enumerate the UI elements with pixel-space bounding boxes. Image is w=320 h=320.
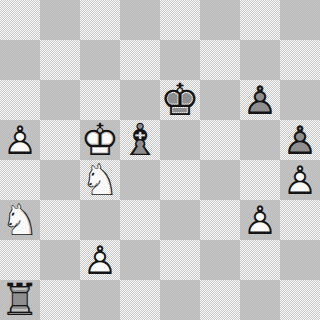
white-pawn-outline-glyph: ♙: [80, 240, 120, 280]
square-h3[interactable]: [280, 200, 320, 240]
white-pawn[interactable]: ♟♙: [240, 200, 280, 240]
black-pawn-outline-glyph: ♙: [240, 80, 280, 120]
square-g2[interactable]: [240, 240, 280, 280]
square-c7[interactable]: [80, 40, 120, 80]
square-d3[interactable]: [120, 200, 160, 240]
square-g7[interactable]: [240, 40, 280, 80]
square-d7[interactable]: [120, 40, 160, 80]
square-e6[interactable]: ♚♔: [160, 80, 200, 120]
square-g8[interactable]: [240, 0, 280, 40]
square-a1[interactable]: ♜♖: [0, 280, 40, 320]
square-a5[interactable]: ♟♙: [0, 120, 40, 160]
square-a7[interactable]: [0, 40, 40, 80]
white-pawn[interactable]: ♟♙: [80, 240, 120, 280]
black-pawn[interactable]: ♟♙: [280, 120, 320, 160]
black-king-outline-glyph: ♔: [160, 80, 200, 120]
white-knight-outline-glyph: ♘: [80, 160, 120, 200]
square-g3[interactable]: ♟♙: [240, 200, 280, 240]
square-h5[interactable]: ♟♙: [280, 120, 320, 160]
square-b3[interactable]: [40, 200, 80, 240]
square-b1[interactable]: [40, 280, 80, 320]
square-d2[interactable]: [120, 240, 160, 280]
black-pawn[interactable]: ♟♙: [240, 80, 280, 120]
square-h1[interactable]: [280, 280, 320, 320]
square-h6[interactable]: [280, 80, 320, 120]
black-rook-outline-glyph: ♖: [0, 280, 40, 320]
square-g1[interactable]: [240, 280, 280, 320]
square-b6[interactable]: [40, 80, 80, 120]
black-king[interactable]: ♚♔: [160, 80, 200, 120]
square-f3[interactable]: [200, 200, 240, 240]
black-pawn-outline-glyph: ♙: [280, 120, 320, 160]
square-g4[interactable]: [240, 160, 280, 200]
square-c1[interactable]: [80, 280, 120, 320]
black-rook[interactable]: ♜♖: [0, 280, 40, 320]
square-e8[interactable]: [160, 0, 200, 40]
square-f5[interactable]: [200, 120, 240, 160]
square-b7[interactable]: [40, 40, 80, 80]
square-e3[interactable]: [160, 200, 200, 240]
white-knight-outline-glyph: ♘: [0, 200, 40, 240]
square-h8[interactable]: [280, 0, 320, 40]
square-a3[interactable]: ♞♘: [0, 200, 40, 240]
square-b4[interactable]: [40, 160, 80, 200]
square-f6[interactable]: [200, 80, 240, 120]
square-e2[interactable]: [160, 240, 200, 280]
square-h4[interactable]: ♟♙: [280, 160, 320, 200]
square-c3[interactable]: [80, 200, 120, 240]
square-a8[interactable]: [0, 0, 40, 40]
square-c4[interactable]: ♞♘: [80, 160, 120, 200]
square-b5[interactable]: [40, 120, 80, 160]
square-a6[interactable]: [0, 80, 40, 120]
square-f7[interactable]: [200, 40, 240, 80]
square-d1[interactable]: [120, 280, 160, 320]
square-c8[interactable]: [80, 0, 120, 40]
white-knight[interactable]: ♞♘: [80, 160, 120, 200]
square-d8[interactable]: [120, 0, 160, 40]
square-b2[interactable]: [40, 240, 80, 280]
square-e1[interactable]: [160, 280, 200, 320]
white-pawn-outline-glyph: ♙: [240, 200, 280, 240]
square-f2[interactable]: [200, 240, 240, 280]
square-h7[interactable]: [280, 40, 320, 80]
square-g6[interactable]: ♟♙: [240, 80, 280, 120]
white-knight[interactable]: ♞♘: [0, 200, 40, 240]
square-f4[interactable]: [200, 160, 240, 200]
square-c2[interactable]: ♟♙: [80, 240, 120, 280]
black-bishop-outline-glyph: ♗: [120, 120, 160, 160]
white-pawn[interactable]: ♟♙: [0, 120, 40, 160]
square-h2[interactable]: [280, 240, 320, 280]
square-d5[interactable]: ♝♗: [120, 120, 160, 160]
square-d4[interactable]: [120, 160, 160, 200]
square-e4[interactable]: [160, 160, 200, 200]
black-bishop[interactable]: ♝♗: [120, 120, 160, 160]
white-pawn[interactable]: ♟♙: [280, 160, 320, 200]
square-b8[interactable]: [40, 0, 80, 40]
chess-board: ♚♔♟♙♟♙♚♔♝♗♟♙♞♘♟♙♞♘♟♙♟♙♜♖: [0, 0, 320, 320]
square-f8[interactable]: [200, 0, 240, 40]
square-g5[interactable]: [240, 120, 280, 160]
white-pawn-outline-glyph: ♙: [280, 160, 320, 200]
square-f1[interactable]: [200, 280, 240, 320]
square-e5[interactable]: [160, 120, 200, 160]
white-pawn-outline-glyph: ♙: [0, 120, 40, 160]
